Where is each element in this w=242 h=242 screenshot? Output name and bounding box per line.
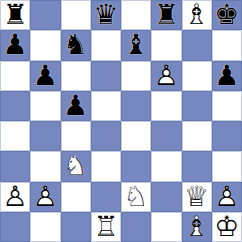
piece-white-knight[interactable]: ♞♘ [124,183,149,211]
square-g3[interactable] [182,151,212,181]
square-a4[interactable] [0,121,30,151]
piece-black-queen[interactable]: ♛ [93,1,118,29]
piece-black-pawn[interactable]: ♟ [33,62,58,90]
square-g2[interactable]: ♛♕ [182,182,212,212]
square-e8[interactable] [121,0,151,30]
pawn-outline: ♙ [33,180,58,213]
pawn-outline: ♙ [214,180,239,213]
square-a7[interactable]: ♟ [0,30,30,60]
square-h2[interactable]: ♟♙ [212,182,242,212]
square-h5[interactable] [212,91,242,121]
square-c4[interactable] [61,121,91,151]
piece-white-bishop[interactable]: ♝♗ [184,1,209,29]
piece-black-rook[interactable]: ♜ [154,1,179,29]
square-b5[interactable] [30,91,60,121]
piece-white-knight[interactable]: ♞♘ [63,152,88,180]
square-f2[interactable] [151,182,181,212]
square-g5[interactable] [182,91,212,121]
square-a3[interactable] [0,151,30,181]
square-e3[interactable] [121,151,151,181]
square-e2[interactable]: ♞♘ [121,182,151,212]
square-h4[interactable] [212,121,242,151]
square-a2[interactable]: ♟♙ [0,182,30,212]
square-d8[interactable]: ♛ [91,0,121,30]
piece-black-king[interactable]: ♚ [214,1,239,29]
square-a6[interactable] [0,61,30,91]
square-d2[interactable] [91,182,121,212]
square-f1[interactable] [151,212,181,242]
square-e6[interactable] [121,61,151,91]
square-d7[interactable] [91,30,121,60]
square-b6[interactable]: ♟ [30,61,60,91]
piece-white-king[interactable]: ♚♔ [214,213,239,241]
square-e5[interactable] [121,91,151,121]
knight-outline: ♘ [63,149,88,182]
square-d6[interactable] [91,61,121,91]
square-d1[interactable]: ♜♖ [91,212,121,242]
bishop-outline: ♗ [184,210,209,242]
square-h7[interactable] [212,30,242,60]
square-b8[interactable] [30,0,60,30]
square-a1[interactable] [0,212,30,242]
square-d4[interactable] [91,121,121,151]
square-g6[interactable] [182,61,212,91]
square-f8[interactable]: ♜ [151,0,181,30]
piece-black-pawn[interactable]: ♟ [3,31,28,59]
square-d3[interactable] [91,151,121,181]
square-a5[interactable] [0,91,30,121]
square-c1[interactable] [61,212,91,242]
square-g7[interactable] [182,30,212,60]
square-b1[interactable] [30,212,60,242]
square-h6[interactable]: ♟ [212,61,242,91]
king-outline: ♔ [214,210,239,242]
bishop-outline: ♗ [184,0,209,31]
queen-outline: ♕ [184,180,209,213]
square-b7[interactable] [30,30,60,60]
pawn-outline: ♙ [154,59,179,92]
rook-outline: ♖ [93,210,118,242]
square-c8[interactable] [61,0,91,30]
piece-black-rook[interactable]: ♜ [3,1,28,29]
square-b2[interactable]: ♟♙ [30,182,60,212]
square-c5[interactable]: ♟ [61,91,91,121]
piece-black-knight[interactable]: ♞ [63,31,88,59]
square-g8[interactable]: ♝♗ [182,0,212,30]
square-f4[interactable] [151,121,181,151]
square-f3[interactable] [151,151,181,181]
knight-outline: ♘ [124,180,149,213]
piece-white-queen[interactable]: ♛♕ [184,183,209,211]
square-g4[interactable] [182,121,212,151]
piece-white-pawn[interactable]: ♟♙ [214,183,239,211]
square-e1[interactable] [121,212,151,242]
square-c7[interactable]: ♞ [61,30,91,60]
piece-white-bishop[interactable]: ♝♗ [184,213,209,241]
piece-white-rook[interactable]: ♜♖ [93,213,118,241]
piece-black-pawn[interactable]: ♟ [63,92,88,120]
piece-black-bishop[interactable]: ♝ [124,31,149,59]
pawn-outline: ♙ [3,180,28,213]
square-f5[interactable] [151,91,181,121]
piece-white-pawn[interactable]: ♟♙ [154,62,179,90]
square-a8[interactable]: ♜ [0,0,30,30]
chess-board: ♜♛♜♝♗♚♟♞♝♟♟♙♟♟♞♘♟♙♟♙♞♘♛♕♟♙♜♖♝♗♚♔ [0,0,242,242]
square-c3[interactable]: ♞♘ [61,151,91,181]
square-b4[interactable] [30,121,60,151]
square-f7[interactable] [151,30,181,60]
square-d5[interactable] [91,91,121,121]
square-g1[interactable]: ♝♗ [182,212,212,242]
square-f6[interactable]: ♟♙ [151,61,181,91]
square-e7[interactable]: ♝ [121,30,151,60]
square-b3[interactable] [30,151,60,181]
square-e4[interactable] [121,121,151,151]
square-c2[interactable] [61,182,91,212]
piece-white-pawn[interactable]: ♟♙ [3,183,28,211]
square-h1[interactable]: ♚♔ [212,212,242,242]
piece-white-pawn[interactable]: ♟♙ [33,183,58,211]
square-h3[interactable] [212,151,242,181]
square-h8[interactable]: ♚ [212,0,242,30]
piece-black-pawn[interactable]: ♟ [214,62,239,90]
square-c6[interactable] [61,61,91,91]
